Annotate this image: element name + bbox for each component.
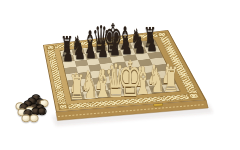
checker-piece-light xyxy=(30,114,39,122)
checker-piece-dark xyxy=(38,107,47,115)
chess-set-photo: ♜♞♝♛♚♝♞♜♟♟♟♟♟♟♟♟♟♟♟♟♟♟♟♟♜♞♝♛♚♝♞♜ xyxy=(0,0,240,150)
checkers-pile xyxy=(0,0,240,150)
